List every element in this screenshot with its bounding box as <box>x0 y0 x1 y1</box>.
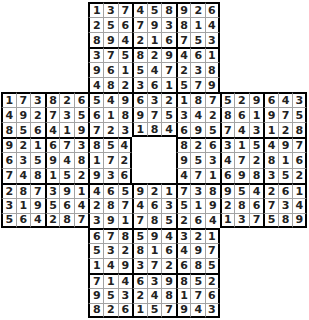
cell-r9c18[interactable]: 3 <box>249 122 264 137</box>
cell-r7c15[interactable]: 7 <box>205 92 220 107</box>
cell-r12c8[interactable]: 3 <box>103 168 118 183</box>
cell-r9c20[interactable]: 2 <box>278 122 293 137</box>
cell-r11c7[interactable]: 1 <box>88 152 103 167</box>
cell-r13c2[interactable]: 8 <box>16 183 31 198</box>
cell-r11c19[interactable]: 8 <box>263 152 278 167</box>
cell-r3c10[interactable]: 2 <box>132 32 147 47</box>
cell-r13c5[interactable]: 9 <box>59 183 74 198</box>
cell-r14c19[interactable]: 7 <box>263 198 278 213</box>
cell-r16c12[interactable]: 4 <box>161 228 176 243</box>
cell-r7c16[interactable]: 5 <box>220 92 235 107</box>
cell-r15c3[interactable]: 4 <box>30 213 45 228</box>
cell-r12c13[interactable]: 4 <box>176 168 191 183</box>
cell-r8c9[interactable]: 8 <box>118 107 133 122</box>
cell-r2c7[interactable]: 2 <box>88 17 103 32</box>
cell-r13c8[interactable]: 6 <box>103 183 118 198</box>
cell-r8c14[interactable]: 4 <box>190 107 205 122</box>
cell-r11c9[interactable]: 2 <box>118 152 133 167</box>
cell-r11c6[interactable]: 8 <box>74 152 89 167</box>
cell-r13c3[interactable]: 7 <box>30 183 45 198</box>
cell-r6c12[interactable]: 1 <box>161 77 176 92</box>
cell-r10c16[interactable]: 3 <box>220 137 235 152</box>
cell-r3c8[interactable]: 9 <box>103 32 118 47</box>
cell-r10c20[interactable]: 9 <box>278 137 293 152</box>
cell-r4c8[interactable]: 7 <box>103 47 118 62</box>
cell-r7c18[interactable]: 9 <box>249 92 264 107</box>
cell-r7c5[interactable]: 2 <box>59 92 74 107</box>
cell-r9c19[interactable]: 1 <box>263 122 278 137</box>
cell-r9c10[interactable]: 1 <box>132 122 147 137</box>
cell-r10c9[interactable]: 4 <box>118 137 133 152</box>
cell-r13c20[interactable]: 6 <box>278 183 293 198</box>
cell-r14c13[interactable]: 5 <box>176 198 191 213</box>
cell-r6c9[interactable]: 2 <box>118 77 133 92</box>
cell-r12c20[interactable]: 5 <box>278 168 293 183</box>
cell-r9c2[interactable]: 5 <box>16 122 31 137</box>
cell-r7c6[interactable]: 6 <box>74 92 89 107</box>
cell-r8c18[interactable]: 1 <box>249 107 264 122</box>
cell-r5c10[interactable]: 5 <box>132 62 147 77</box>
cell-r7c20[interactable]: 4 <box>278 92 293 107</box>
cell-r1c14[interactable]: 2 <box>190 2 205 17</box>
cell-r7c1[interactable]: 1 <box>1 92 16 107</box>
cell-r2c8[interactable]: 5 <box>103 17 118 32</box>
cell-r7c21[interactable]: 3 <box>292 92 307 107</box>
cell-r9c21[interactable]: 8 <box>292 122 307 137</box>
cell-r7c14[interactable]: 8 <box>190 92 205 107</box>
cell-r4c12[interactable]: 9 <box>161 47 176 62</box>
cell-r8c8[interactable]: 1 <box>103 107 118 122</box>
cell-r3c12[interactable]: 6 <box>161 32 176 47</box>
cell-r3c7[interactable]: 8 <box>88 32 103 47</box>
cell-r17c10[interactable]: 8 <box>132 243 147 258</box>
cell-r20c9[interactable]: 3 <box>118 288 133 303</box>
cell-r4c9[interactable]: 5 <box>118 47 133 62</box>
cell-r3c14[interactable]: 5 <box>190 32 205 47</box>
cell-r9c11[interactable]: 8 <box>147 122 162 137</box>
cell-r1c9[interactable]: 7 <box>118 2 133 17</box>
cell-r11c15[interactable]: 3 <box>205 152 220 167</box>
cell-r7c4[interactable]: 8 <box>45 92 60 107</box>
cell-r8c11[interactable]: 7 <box>147 107 162 122</box>
cell-r19c7[interactable]: 7 <box>88 273 103 288</box>
cell-r12c14[interactable]: 7 <box>190 168 205 183</box>
cell-r3c15[interactable]: 3 <box>205 32 220 47</box>
cell-r13c4[interactable]: 3 <box>45 183 60 198</box>
cell-r8c19[interactable]: 9 <box>263 107 278 122</box>
cell-r16c8[interactable]: 7 <box>103 228 118 243</box>
cell-r9c12[interactable]: 4 <box>161 122 176 137</box>
cell-r5c15[interactable]: 8 <box>205 62 220 77</box>
cell-r13c21[interactable]: 1 <box>292 183 307 198</box>
cell-r18c11[interactable]: 7 <box>147 258 162 273</box>
cell-r20c12[interactable]: 8 <box>161 288 176 303</box>
cell-r6c8[interactable]: 8 <box>103 77 118 92</box>
cell-r2c10[interactable]: 7 <box>132 17 147 32</box>
cell-r14c16[interactable]: 2 <box>220 198 235 213</box>
cell-r15c16[interactable]: 1 <box>220 213 235 228</box>
cell-r15c7[interactable]: 3 <box>88 213 103 228</box>
cell-r15c14[interactable]: 6 <box>190 213 205 228</box>
cell-r11c8[interactable]: 7 <box>103 152 118 167</box>
cell-r13c11[interactable]: 2 <box>147 183 162 198</box>
cell-r20c13[interactable]: 1 <box>176 288 191 303</box>
cell-r15c12[interactable]: 5 <box>161 213 176 228</box>
cell-r14c7[interactable]: 2 <box>88 198 103 213</box>
cell-r7c7[interactable]: 5 <box>88 92 103 107</box>
cell-r3c9[interactable]: 4 <box>118 32 133 47</box>
cell-r16c7[interactable]: 6 <box>88 228 103 243</box>
cell-r2c14[interactable]: 1 <box>190 17 205 32</box>
cell-r10c2[interactable]: 2 <box>16 137 31 152</box>
cell-r12c9[interactable]: 6 <box>118 168 133 183</box>
cell-r12c17[interactable]: 9 <box>234 168 249 183</box>
cell-r14c1[interactable]: 3 <box>1 198 16 213</box>
cell-r6c11[interactable]: 6 <box>147 77 162 92</box>
cell-r6c7[interactable]: 4 <box>88 77 103 92</box>
cell-r16c14[interactable]: 2 <box>190 228 205 243</box>
cell-r9c4[interactable]: 4 <box>45 122 60 137</box>
cell-r1c15[interactable]: 6 <box>205 2 220 17</box>
cell-r14c11[interactable]: 6 <box>147 198 162 213</box>
cell-r13c17[interactable]: 5 <box>234 183 249 198</box>
cell-r10c7[interactable]: 8 <box>88 137 103 152</box>
cell-r9c17[interactable]: 4 <box>234 122 249 137</box>
cell-r17c12[interactable]: 6 <box>161 243 176 258</box>
cell-r14c15[interactable]: 9 <box>205 198 220 213</box>
cell-r12c3[interactable]: 8 <box>30 168 45 183</box>
cell-r8c6[interactable]: 5 <box>74 107 89 122</box>
cell-r13c14[interactable]: 3 <box>190 183 205 198</box>
sudoku-board: 1374589262567938148942167533758294619615… <box>1 2 307 318</box>
cell-r18c13[interactable]: 6 <box>176 258 191 273</box>
cell-r7c11[interactable]: 3 <box>147 92 162 107</box>
cell-r13c15[interactable]: 8 <box>205 183 220 198</box>
cell-r11c18[interactable]: 2 <box>249 152 264 167</box>
cell-r17c9[interactable]: 2 <box>118 243 133 258</box>
cell-r19c13[interactable]: 8 <box>176 273 191 288</box>
cell-r11c14[interactable]: 5 <box>190 152 205 167</box>
cell-r9c1[interactable]: 8 <box>1 122 16 137</box>
cell-r12c4[interactable]: 1 <box>45 168 60 183</box>
cell-r14c2[interactable]: 1 <box>16 198 31 213</box>
cell-r13c1[interactable]: 2 <box>1 183 16 198</box>
cell-r9c14[interactable]: 9 <box>190 122 205 137</box>
cell-r7c19[interactable]: 6 <box>263 92 278 107</box>
cell-r14c4[interactable]: 5 <box>45 198 60 213</box>
cell-r10c14[interactable]: 2 <box>190 137 205 152</box>
cell-r20c14[interactable]: 7 <box>190 288 205 303</box>
cell-r14c18[interactable]: 6 <box>249 198 264 213</box>
cell-r8c2[interactable]: 9 <box>16 107 31 122</box>
cell-r14c20[interactable]: 3 <box>278 198 293 213</box>
cell-r1c8[interactable]: 3 <box>103 2 118 17</box>
cell-r2c15[interactable]: 4 <box>205 17 220 32</box>
cell-r2c9[interactable]: 6 <box>118 17 133 32</box>
cell-r10c4[interactable]: 6 <box>45 137 60 152</box>
cell-r21c11[interactable]: 5 <box>147 303 162 318</box>
cell-r7c3[interactable]: 3 <box>30 92 45 107</box>
cell-r18c8[interactable]: 4 <box>103 258 118 273</box>
cell-r12c7[interactable]: 9 <box>88 168 103 183</box>
cell-r17c8[interactable]: 3 <box>103 243 118 258</box>
cell-r5c9[interactable]: 1 <box>118 62 133 77</box>
cell-r18c7[interactable]: 1 <box>88 258 103 273</box>
cell-r4c14[interactable]: 6 <box>190 47 205 62</box>
cell-r14c9[interactable]: 7 <box>118 198 133 213</box>
cell-r21c13[interactable]: 9 <box>176 303 191 318</box>
cell-r10c13[interactable]: 8 <box>176 137 191 152</box>
cell-r14c14[interactable]: 1 <box>190 198 205 213</box>
cell-r19c9[interactable]: 4 <box>118 273 133 288</box>
cell-r20c15[interactable]: 6 <box>205 288 220 303</box>
cell-r11c21[interactable]: 6 <box>292 152 307 167</box>
cell-r6c14[interactable]: 7 <box>190 77 205 92</box>
cell-r11c16[interactable]: 4 <box>220 152 235 167</box>
cell-r6c13[interactable]: 5 <box>176 77 191 92</box>
cell-r19c14[interactable]: 5 <box>190 273 205 288</box>
cell-r15c20[interactable]: 8 <box>278 213 293 228</box>
cell-r15c5[interactable]: 8 <box>59 213 74 228</box>
cell-r14c17[interactable]: 8 <box>234 198 249 213</box>
cell-r21c7[interactable]: 8 <box>88 303 103 318</box>
cell-r9c8[interactable]: 2 <box>103 122 118 137</box>
cell-r2c13[interactable]: 8 <box>176 17 191 32</box>
cell-r15c2[interactable]: 6 <box>16 213 31 228</box>
cell-r8c5[interactable]: 3 <box>59 107 74 122</box>
cell-r7c12[interactable]: 2 <box>161 92 176 107</box>
cell-r15c9[interactable]: 1 <box>118 213 133 228</box>
cell-r12c5[interactable]: 5 <box>59 168 74 183</box>
cell-r7c2[interactable]: 7 <box>16 92 31 107</box>
cell-r5c11[interactable]: 4 <box>147 62 162 77</box>
cell-r13c10[interactable]: 9 <box>132 183 147 198</box>
cell-r11c2[interactable]: 3 <box>16 152 31 167</box>
cell-r8c15[interactable]: 2 <box>205 107 220 122</box>
cell-r8c7[interactable]: 6 <box>88 107 103 122</box>
cell-r21c14[interactable]: 4 <box>190 303 205 318</box>
cell-r13c7[interactable]: 4 <box>88 183 103 198</box>
cell-r10c6[interactable]: 3 <box>74 137 89 152</box>
cell-r11c13[interactable]: 9 <box>176 152 191 167</box>
cell-r15c17[interactable]: 3 <box>234 213 249 228</box>
cell-r17c15[interactable]: 7 <box>205 243 220 258</box>
cell-r4c7[interactable]: 3 <box>88 47 103 62</box>
cell-r11c4[interactable]: 9 <box>45 152 60 167</box>
cell-r16c13[interactable]: 3 <box>176 228 191 243</box>
cell-r15c15[interactable]: 4 <box>205 213 220 228</box>
cell-r15c10[interactable]: 7 <box>132 213 147 228</box>
cell-r6c15[interactable]: 9 <box>205 77 220 92</box>
cell-r10c1[interactable]: 9 <box>1 137 16 152</box>
cell-r14c3[interactable]: 9 <box>30 198 45 213</box>
cell-r8c12[interactable]: 5 <box>161 107 176 122</box>
cell-r1c13[interactable]: 9 <box>176 2 191 17</box>
cell-r7c17[interactable]: 2 <box>234 92 249 107</box>
cell-r10c19[interactable]: 4 <box>263 137 278 152</box>
cell-r11c20[interactable]: 1 <box>278 152 293 167</box>
cell-r11c1[interactable]: 6 <box>1 152 16 167</box>
cell-r1c7[interactable]: 1 <box>88 2 103 17</box>
cell-r15c19[interactable]: 5 <box>263 213 278 228</box>
cell-r14c8[interactable]: 8 <box>103 198 118 213</box>
cell-r10c3[interactable]: 1 <box>30 137 45 152</box>
cell-r8c16[interactable]: 8 <box>220 107 235 122</box>
cell-r10c5[interactable]: 7 <box>59 137 74 152</box>
cell-r9c16[interactable]: 7 <box>220 122 235 137</box>
cell-r15c21[interactable]: 9 <box>292 213 307 228</box>
cell-r5c14[interactable]: 3 <box>190 62 205 77</box>
cell-r4c13[interactable]: 4 <box>176 47 191 62</box>
cell-r17c14[interactable]: 9 <box>190 243 205 258</box>
cell-r9c13[interactable]: 6 <box>176 122 191 137</box>
cell-r15c1[interactable]: 5 <box>1 213 16 228</box>
cell-r12c19[interactable]: 3 <box>263 168 278 183</box>
cell-r12c16[interactable]: 6 <box>220 168 235 183</box>
cell-r10c18[interactable]: 5 <box>249 137 264 152</box>
cell-r20c11[interactable]: 4 <box>147 288 162 303</box>
cell-r9c6[interactable]: 9 <box>74 122 89 137</box>
cell-r3c11[interactable]: 1 <box>147 32 162 47</box>
cell-r9c15[interactable]: 5 <box>205 122 220 137</box>
cell-r14c6[interactable]: 4 <box>74 198 89 213</box>
cell-r5c8[interactable]: 6 <box>103 62 118 77</box>
cell-r12c1[interactable]: 7 <box>1 168 16 183</box>
cell-r2c12[interactable]: 3 <box>161 17 176 32</box>
cell-r9c7[interactable]: 7 <box>88 122 103 137</box>
cell-r21c9[interactable]: 6 <box>118 303 133 318</box>
cell-r11c17[interactable]: 7 <box>234 152 249 167</box>
cell-r18c9[interactable]: 9 <box>118 258 133 273</box>
cell-r9c3[interactable]: 6 <box>30 122 45 137</box>
cell-r13c16[interactable]: 9 <box>220 183 235 198</box>
cell-r15c6[interactable]: 7 <box>74 213 89 228</box>
cell-r21c10[interactable]: 1 <box>132 303 147 318</box>
cell-r16c9[interactable]: 8 <box>118 228 133 243</box>
cell-r18c10[interactable]: 3 <box>132 258 147 273</box>
cell-r15c18[interactable]: 7 <box>249 213 264 228</box>
cell-r13c18[interactable]: 4 <box>249 183 264 198</box>
cell-r7c8[interactable]: 4 <box>103 92 118 107</box>
cell-r18c15[interactable]: 5 <box>205 258 220 273</box>
cell-r15c8[interactable]: 9 <box>103 213 118 228</box>
cell-r7c13[interactable]: 1 <box>176 92 191 107</box>
cell-r3c13[interactable]: 7 <box>176 32 191 47</box>
cell-r10c17[interactable]: 1 <box>234 137 249 152</box>
cell-r8c10[interactable]: 9 <box>132 107 147 122</box>
cell-r16c15[interactable]: 1 <box>205 228 220 243</box>
cell-r8c17[interactable]: 6 <box>234 107 249 122</box>
cell-r21c15[interactable]: 3 <box>205 303 220 318</box>
cell-r17c7[interactable]: 5 <box>88 243 103 258</box>
cell-r2c11[interactable]: 9 <box>147 17 162 32</box>
cell-r8c13[interactable]: 3 <box>176 107 191 122</box>
cell-r8c4[interactable]: 7 <box>45 107 60 122</box>
cell-r19c11[interactable]: 3 <box>147 273 162 288</box>
cell-r9c5[interactable]: 1 <box>59 122 74 137</box>
cell-r20c7[interactable]: 9 <box>88 288 103 303</box>
cell-r15c13[interactable]: 2 <box>176 213 191 228</box>
cell-r4c15[interactable]: 1 <box>205 47 220 62</box>
cell-r10c8[interactable]: 5 <box>103 137 118 152</box>
cell-r10c15[interactable]: 6 <box>205 137 220 152</box>
cell-r9c9[interactable]: 3 <box>118 122 133 137</box>
cell-r13c13[interactable]: 7 <box>176 183 191 198</box>
cell-r16c10[interactable]: 5 <box>132 228 147 243</box>
cell-r5c7[interactable]: 9 <box>88 62 103 77</box>
cell-r13c9[interactable]: 5 <box>118 183 133 198</box>
cell-r14c21[interactable]: 4 <box>292 198 307 213</box>
cell-r4c11[interactable]: 2 <box>147 47 162 62</box>
cell-r12c15[interactable]: 1 <box>205 168 220 183</box>
cell-r17c13[interactable]: 4 <box>176 243 191 258</box>
cell-r7c10[interactable]: 6 <box>132 92 147 107</box>
cell-r21c12[interactable]: 7 <box>161 303 176 318</box>
cell-r7c9[interactable]: 9 <box>118 92 133 107</box>
cell-r19c12[interactable]: 9 <box>161 273 176 288</box>
cell-r1c11[interactable]: 5 <box>147 2 162 17</box>
cell-r11c5[interactable]: 4 <box>59 152 74 167</box>
cell-r10c21[interactable]: 7 <box>292 137 307 152</box>
cell-r21c8[interactable]: 2 <box>103 303 118 318</box>
cell-r8c3[interactable]: 2 <box>30 107 45 122</box>
cell-r19c10[interactable]: 6 <box>132 273 147 288</box>
cell-r15c4[interactable]: 2 <box>45 213 60 228</box>
cell-r12c18[interactable]: 8 <box>249 168 264 183</box>
cell-r13c19[interactable]: 2 <box>263 183 278 198</box>
cell-r15c11[interactable]: 8 <box>147 213 162 228</box>
cell-r13c12[interactable]: 1 <box>161 183 176 198</box>
cell-r4c10[interactable]: 8 <box>132 47 147 62</box>
cell-r20c8[interactable]: 5 <box>103 288 118 303</box>
cell-r19c8[interactable]: 1 <box>103 273 118 288</box>
cell-r8c1[interactable]: 4 <box>1 107 16 122</box>
cell-r5c13[interactable]: 2 <box>176 62 191 77</box>
cell-r8c21[interactable]: 5 <box>292 107 307 122</box>
cell-r5c12[interactable]: 7 <box>161 62 176 77</box>
cell-r11c3[interactable]: 5 <box>30 152 45 167</box>
cell-r18c14[interactable]: 8 <box>190 258 205 273</box>
cell-r12c6[interactable]: 2 <box>74 168 89 183</box>
cell-r19c15[interactable]: 2 <box>205 273 220 288</box>
cell-r17c11[interactable]: 1 <box>147 243 162 258</box>
cell-r6c10[interactable]: 3 <box>132 77 147 92</box>
cell-r18c12[interactable]: 2 <box>161 258 176 273</box>
cell-r14c10[interactable]: 4 <box>132 198 147 213</box>
cell-r1c12[interactable]: 8 <box>161 2 176 17</box>
cell-r20c10[interactable]: 2 <box>132 288 147 303</box>
cell-r13c6[interactable]: 1 <box>74 183 89 198</box>
cell-r16c11[interactable]: 9 <box>147 228 162 243</box>
cell-r14c12[interactable]: 3 <box>161 198 176 213</box>
cell-r1c10[interactable]: 4 <box>132 2 147 17</box>
cell-r8c20[interactable]: 7 <box>278 107 293 122</box>
cell-r12c21[interactable]: 2 <box>292 168 307 183</box>
cell-r12c2[interactable]: 4 <box>16 168 31 183</box>
cell-r14c5[interactable]: 6 <box>59 198 74 213</box>
